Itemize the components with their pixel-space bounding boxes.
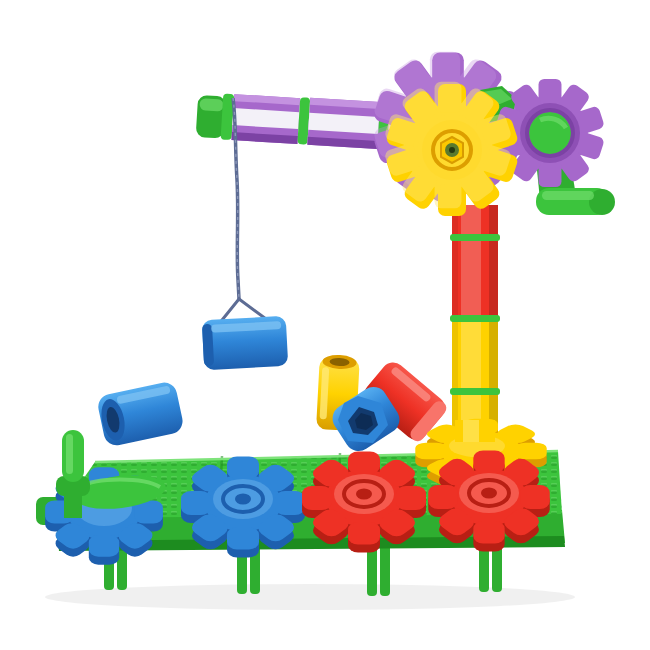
top-gear-hole-center bbox=[449, 147, 455, 153]
mast-foot-highlight bbox=[463, 420, 479, 442]
hanging-blue-block bbox=[202, 316, 289, 370]
scene-canvas bbox=[0, 0, 650, 650]
gear-red-2-hub bbox=[481, 488, 497, 499]
toy-crane-photo bbox=[0, 0, 650, 650]
gear-red-1-hub bbox=[356, 489, 372, 500]
gear-blue-2-hub bbox=[235, 494, 251, 505]
mast bbox=[450, 205, 500, 440]
